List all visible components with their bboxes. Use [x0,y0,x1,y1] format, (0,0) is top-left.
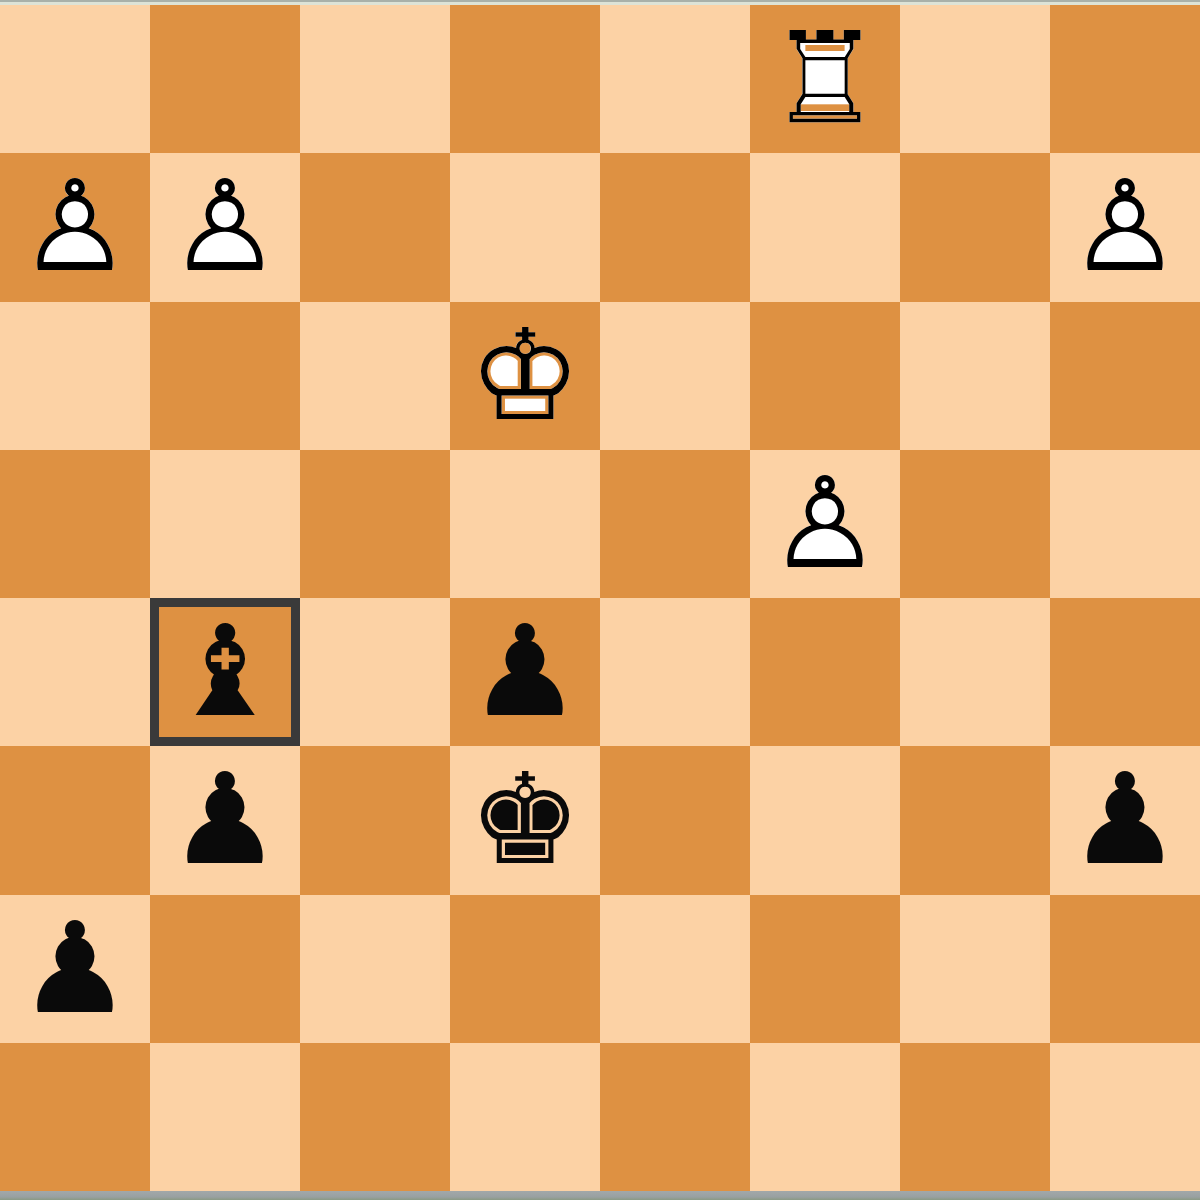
square-e8[interactable] [450,1043,600,1191]
square-d3[interactable] [600,302,750,450]
square-c2[interactable] [750,153,900,301]
square-d1[interactable] [600,5,750,153]
square-e4[interactable] [450,450,600,598]
square-b6[interactable] [900,746,1050,894]
square-b5[interactable] [900,598,1050,746]
square-c5[interactable] [750,598,900,746]
square-a4[interactable] [1050,450,1200,598]
square-a8[interactable] [1050,1043,1200,1191]
square-f3[interactable] [300,302,450,450]
square-b8[interactable] [900,1043,1050,1191]
chess-board: ♜♖♟♙♟♙♟♙♚♔♟♙♝♟♟♚♟♟ [0,5,1200,1191]
square-d6[interactable] [600,746,750,894]
square-g8[interactable] [150,1043,300,1191]
square-a7[interactable] [1050,895,1200,1043]
square-e2[interactable] [450,153,600,301]
square-a1[interactable] [1050,5,1200,153]
square-d4[interactable] [600,450,750,598]
black-pawn-icon: ♟ [150,746,300,894]
square-h7[interactable]: ♟ [0,895,150,1043]
square-a3[interactable] [1050,302,1200,450]
square-g7[interactable] [150,895,300,1043]
white-king-icon: ♚♔ [450,302,600,450]
square-c4[interactable]: ♟♙ [750,450,900,598]
square-d7[interactable] [600,895,750,1043]
black-pawn-icon: ♟ [450,598,600,746]
square-h6[interactable] [0,746,150,894]
square-h4[interactable] [0,450,150,598]
white-pawn-icon: ♟♙ [1050,153,1200,301]
square-h5[interactable] [0,598,150,746]
square-g1[interactable] [150,5,300,153]
square-b1[interactable] [900,5,1050,153]
square-h1[interactable] [0,5,150,153]
white-pawn-icon: ♟♙ [750,450,900,598]
square-g3[interactable] [150,302,300,450]
square-g2[interactable]: ♟♙ [150,153,300,301]
square-e5[interactable]: ♟ [450,598,600,746]
square-f5[interactable] [300,598,450,746]
square-a6[interactable]: ♟ [1050,746,1200,894]
square-c1[interactable]: ♜♖ [750,5,900,153]
black-pawn-icon: ♟ [0,895,150,1043]
window-chrome-bottom [0,1191,1200,1200]
square-h8[interactable] [0,1043,150,1191]
white-pawn-icon: ♟♙ [0,153,150,301]
square-h3[interactable] [0,302,150,450]
square-f7[interactable] [300,895,450,1043]
square-c8[interactable] [750,1043,900,1191]
square-b3[interactable] [900,302,1050,450]
square-d2[interactable] [600,153,750,301]
square-c6[interactable] [750,746,900,894]
square-e1[interactable] [450,5,600,153]
square-a2[interactable]: ♟♙ [1050,153,1200,301]
square-g6[interactable]: ♟ [150,746,300,894]
square-f1[interactable] [300,5,450,153]
square-b7[interactable] [900,895,1050,1043]
black-king-icon: ♚ [450,746,600,894]
square-a5[interactable] [1050,598,1200,746]
square-b2[interactable] [900,153,1050,301]
square-e3[interactable]: ♚♔ [450,302,600,450]
square-d8[interactable] [600,1043,750,1191]
square-f8[interactable] [300,1043,450,1191]
square-e7[interactable] [450,895,600,1043]
square-e6[interactable]: ♚ [450,746,600,894]
square-d5[interactable] [600,598,750,746]
square-f4[interactable] [300,450,450,598]
square-f2[interactable] [300,153,450,301]
black-pawn-icon: ♟ [1050,746,1200,894]
black-bishop-icon: ♝ [150,598,300,746]
square-g5[interactable]: ♝ [150,598,300,746]
square-b4[interactable] [900,450,1050,598]
white-rook-icon: ♜♖ [750,5,900,153]
square-f6[interactable] [300,746,450,894]
square-c3[interactable] [750,302,900,450]
square-h2[interactable]: ♟♙ [0,153,150,301]
white-pawn-icon: ♟♙ [150,153,300,301]
square-c7[interactable] [750,895,900,1043]
square-g4[interactable] [150,450,300,598]
